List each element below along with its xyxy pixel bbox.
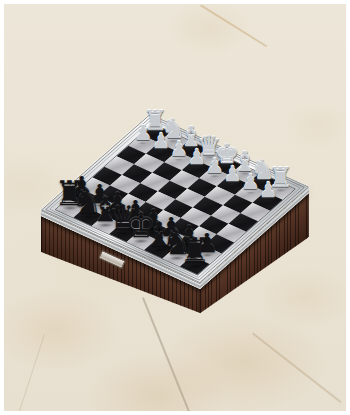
piece-white-pawn[interactable]: ♟ bbox=[169, 139, 188, 160]
piece-white-pawn[interactable]: ♟ bbox=[259, 180, 278, 201]
piece-white-pawn[interactable]: ♟ bbox=[152, 131, 171, 152]
marble-surface: ♜♞♝♛♚♝♞♜♟♟♟♟♟♟♟♟♟♟♟♟♟♟♟♟♜♞♝♛♚♝♞♜ bbox=[4, 4, 346, 411]
piece-white-pawn[interactable]: ♟ bbox=[205, 156, 224, 177]
piece-white-pawn[interactable]: ♟ bbox=[241, 172, 260, 193]
piece-white-pawn[interactable]: ♟ bbox=[223, 164, 242, 185]
product-photo: ♜♞♝♛♚♝♞♜♟♟♟♟♟♟♟♟♟♟♟♟♟♟♟♟♜♞♝♛♚♝♞♜ bbox=[0, 0, 350, 415]
piece-black-rook[interactable]: ♜ bbox=[179, 233, 209, 267]
piece-white-pawn[interactable]: ♟ bbox=[187, 148, 206, 169]
marble-vein bbox=[16, 334, 45, 411]
marble-vein bbox=[142, 297, 192, 411]
piece-white-pawn[interactable]: ♟ bbox=[134, 123, 153, 144]
marble-vein bbox=[200, 4, 267, 47]
marble-vein bbox=[252, 332, 341, 403]
